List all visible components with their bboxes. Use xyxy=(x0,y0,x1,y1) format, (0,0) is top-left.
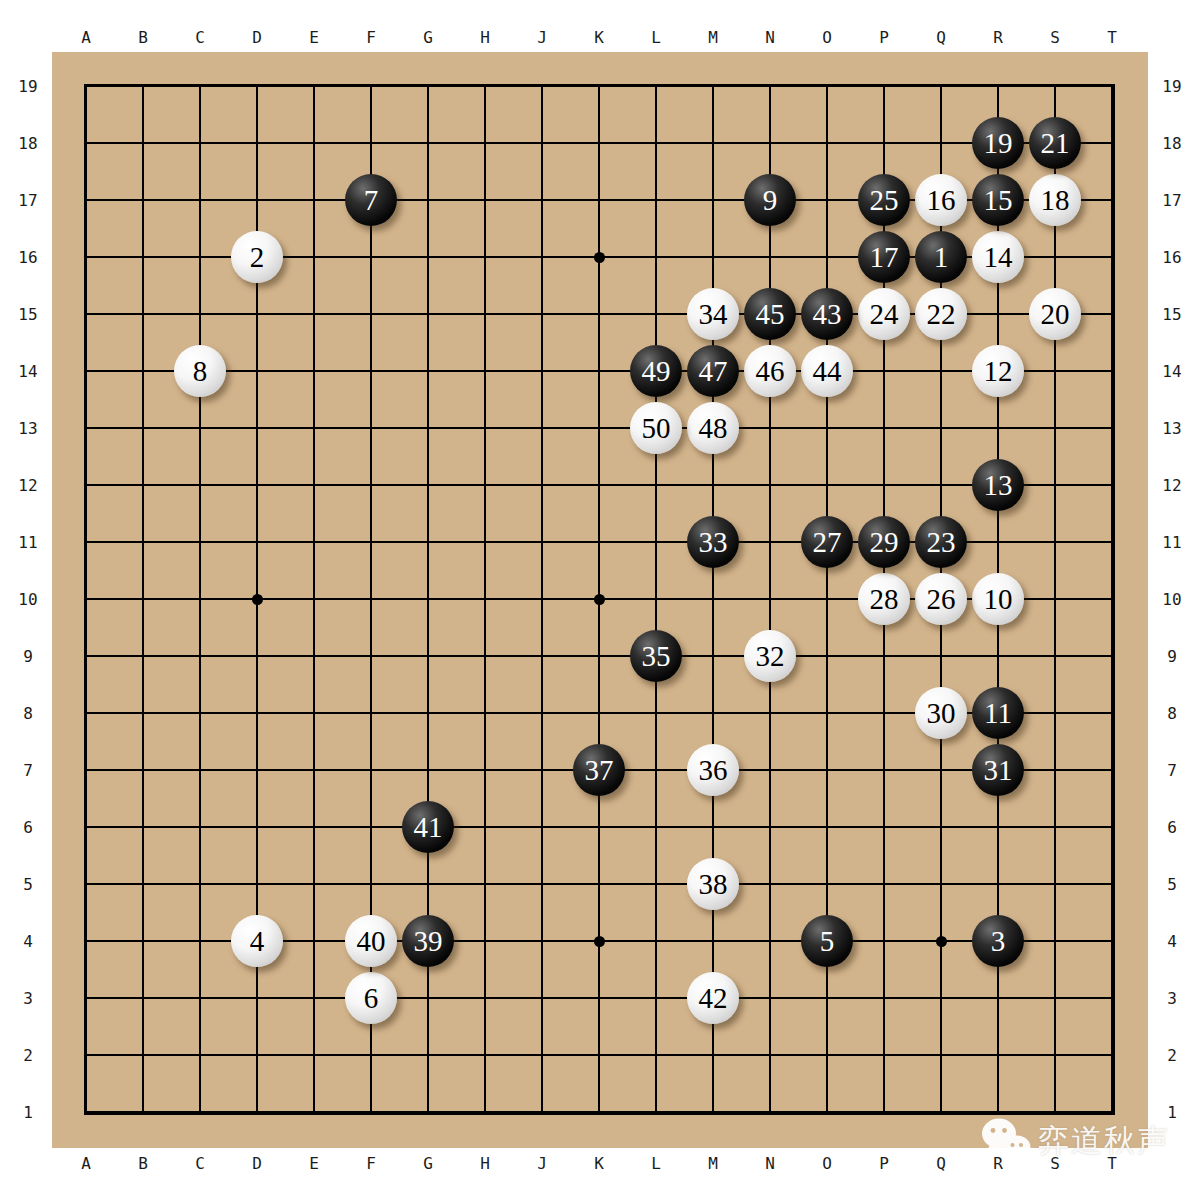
coord-label-J: J xyxy=(514,1153,571,1173)
coord-label-4: 4 xyxy=(6,913,50,970)
stone-black-23: 23 xyxy=(915,516,967,568)
coord-label-C: C xyxy=(172,1153,229,1173)
coord-label-M: M xyxy=(685,27,742,47)
coord-label-19: 19 xyxy=(1150,58,1194,115)
coord-label-1: 1 xyxy=(6,1084,50,1141)
coord-label-M: M xyxy=(685,1153,742,1173)
stone-black-13: 13 xyxy=(972,459,1024,511)
stone-black-21: 21 xyxy=(1029,117,1081,169)
coord-label-5: 5 xyxy=(6,856,50,913)
stone-white-22: 22 xyxy=(915,288,967,340)
coord-label-H: H xyxy=(457,1153,514,1173)
stone-black-29: 29 xyxy=(858,516,910,568)
hoshi-point-Q4 xyxy=(936,936,947,947)
coord-label-B: B xyxy=(115,27,172,47)
stone-black-17: 17 xyxy=(858,231,910,283)
coord-label-D: D xyxy=(229,27,286,47)
stone-black-27: 27 xyxy=(801,516,853,568)
coord-label-5: 5 xyxy=(1150,856,1194,913)
coord-label-Q: Q xyxy=(913,27,970,47)
board-grid: 1234567891011121314151617181920212223242… xyxy=(58,58,1141,1141)
hoshi-point-D10 xyxy=(252,594,263,605)
coord-label-3: 3 xyxy=(1150,970,1194,1027)
coord-label-T: T xyxy=(1084,27,1141,47)
coord-label-15: 15 xyxy=(6,286,50,343)
stone-white-28: 28 xyxy=(858,573,910,625)
stone-black-5: 5 xyxy=(801,915,853,967)
stone-black-9: 9 xyxy=(744,174,796,226)
stone-black-49: 49 xyxy=(630,345,682,397)
row-labels-right: 19181716151413121110987654321 xyxy=(1150,58,1194,1141)
coord-label-K: K xyxy=(571,27,628,47)
watermark: 弈道秋声 xyxy=(980,1110,1170,1172)
coord-label-9: 9 xyxy=(1150,628,1194,685)
coord-label-P: P xyxy=(856,27,913,47)
coord-label-13: 13 xyxy=(1150,400,1194,457)
coord-label-11: 11 xyxy=(6,514,50,571)
stone-black-7: 7 xyxy=(345,174,397,226)
coord-label-14: 14 xyxy=(6,343,50,400)
stone-black-35: 35 xyxy=(630,630,682,682)
stone-white-4: 4 xyxy=(231,915,283,967)
coord-label-14: 14 xyxy=(1150,343,1194,400)
coord-label-12: 12 xyxy=(6,457,50,514)
coord-label-10: 10 xyxy=(1150,571,1194,628)
stone-black-11: 11 xyxy=(972,687,1024,739)
stone-white-32: 32 xyxy=(744,630,796,682)
stone-black-3: 3 xyxy=(972,915,1024,967)
stone-white-16: 16 xyxy=(915,174,967,226)
coord-label-L: L xyxy=(628,27,685,47)
coord-label-9: 9 xyxy=(6,628,50,685)
row-labels-left: 19181716151413121110987654321 xyxy=(6,58,50,1141)
stone-white-6: 6 xyxy=(345,972,397,1024)
coord-label-18: 18 xyxy=(6,115,50,172)
coord-label-10: 10 xyxy=(6,571,50,628)
stone-white-44: 44 xyxy=(801,345,853,397)
coord-label-18: 18 xyxy=(1150,115,1194,172)
stone-white-18: 18 xyxy=(1029,174,1081,226)
coord-label-2: 2 xyxy=(1150,1027,1194,1084)
column-labels-top: ABCDEFGHJKLMNOPQRST xyxy=(58,27,1141,47)
coord-label-O: O xyxy=(799,27,856,47)
coord-label-N: N xyxy=(742,1153,799,1173)
stone-black-31: 31 xyxy=(972,744,1024,796)
stone-black-25: 25 xyxy=(858,174,910,226)
coord-label-L: L xyxy=(628,1153,685,1173)
coord-label-13: 13 xyxy=(6,400,50,457)
coord-label-12: 12 xyxy=(1150,457,1194,514)
coord-label-E: E xyxy=(286,1153,343,1173)
stone-white-30: 30 xyxy=(915,687,967,739)
coord-label-C: C xyxy=(172,27,229,47)
watermark-text: 弈道秋声 xyxy=(1038,1120,1170,1162)
stone-black-39: 39 xyxy=(402,915,454,967)
coord-label-19: 19 xyxy=(6,58,50,115)
coord-label-N: N xyxy=(742,27,799,47)
coord-label-2: 2 xyxy=(6,1027,50,1084)
coord-label-K: K xyxy=(571,1153,628,1173)
stone-black-1: 1 xyxy=(915,231,967,283)
coord-label-S: S xyxy=(1027,27,1084,47)
stone-black-37: 37 xyxy=(573,744,625,796)
coord-label-11: 11 xyxy=(1150,514,1194,571)
coord-label-A: A xyxy=(58,27,115,47)
stone-white-38: 38 xyxy=(687,858,739,910)
stone-black-33: 33 xyxy=(687,516,739,568)
coord-label-H: H xyxy=(457,27,514,47)
stone-black-47: 47 xyxy=(687,345,739,397)
coord-label-A: A xyxy=(58,1153,115,1173)
wechat-icon xyxy=(980,1117,1032,1165)
stone-white-2: 2 xyxy=(231,231,283,283)
coord-label-B: B xyxy=(115,1153,172,1173)
coord-label-J: J xyxy=(514,27,571,47)
hoshi-point-K10 xyxy=(594,594,605,605)
coord-label-16: 16 xyxy=(1150,229,1194,286)
coord-label-15: 15 xyxy=(1150,286,1194,343)
coord-label-16: 16 xyxy=(6,229,50,286)
coord-label-E: E xyxy=(286,27,343,47)
stone-white-48: 48 xyxy=(687,402,739,454)
stone-white-34: 34 xyxy=(687,288,739,340)
stone-black-41: 41 xyxy=(402,801,454,853)
coord-label-Q: Q xyxy=(913,1153,970,1173)
stone-white-42: 42 xyxy=(687,972,739,1024)
coord-label-7: 7 xyxy=(1150,742,1194,799)
coord-label-17: 17 xyxy=(1150,172,1194,229)
coord-label-3: 3 xyxy=(6,970,50,1027)
stone-black-15: 15 xyxy=(972,174,1024,226)
stone-black-43: 43 xyxy=(801,288,853,340)
stone-white-36: 36 xyxy=(687,744,739,796)
stone-white-24: 24 xyxy=(858,288,910,340)
goban: 1234567891011121314151617181920212223242… xyxy=(52,52,1148,1148)
coord-label-8: 8 xyxy=(1150,685,1194,742)
stone-white-12: 12 xyxy=(972,345,1024,397)
stone-white-50: 50 xyxy=(630,402,682,454)
stone-white-26: 26 xyxy=(915,573,967,625)
stone-white-46: 46 xyxy=(744,345,796,397)
coord-label-G: G xyxy=(400,27,457,47)
coord-label-7: 7 xyxy=(6,742,50,799)
stone-black-19: 19 xyxy=(972,117,1024,169)
coord-label-G: G xyxy=(400,1153,457,1173)
column-labels-bottom: ABCDEFGHJKLMNOPQRST xyxy=(58,1153,1141,1173)
stone-white-14: 14 xyxy=(972,231,1024,283)
stone-black-45: 45 xyxy=(744,288,796,340)
coord-label-O: O xyxy=(799,1153,856,1173)
coord-label-4: 4 xyxy=(1150,913,1194,970)
coord-label-P: P xyxy=(856,1153,913,1173)
stone-white-10: 10 xyxy=(972,573,1024,625)
coord-label-6: 6 xyxy=(6,799,50,856)
coord-label-17: 17 xyxy=(6,172,50,229)
hoshi-point-K4 xyxy=(594,936,605,947)
go-diagram: 1234567891011121314151617181920212223242… xyxy=(0,0,1200,1200)
coord-label-6: 6 xyxy=(1150,799,1194,856)
stone-white-20: 20 xyxy=(1029,288,1081,340)
stone-white-40: 40 xyxy=(345,915,397,967)
coord-label-F: F xyxy=(343,27,400,47)
coord-label-8: 8 xyxy=(6,685,50,742)
coord-label-D: D xyxy=(229,1153,286,1173)
stone-white-8: 8 xyxy=(174,345,226,397)
hoshi-point-K16 xyxy=(594,252,605,263)
coord-label-R: R xyxy=(970,27,1027,47)
coord-label-F: F xyxy=(343,1153,400,1173)
